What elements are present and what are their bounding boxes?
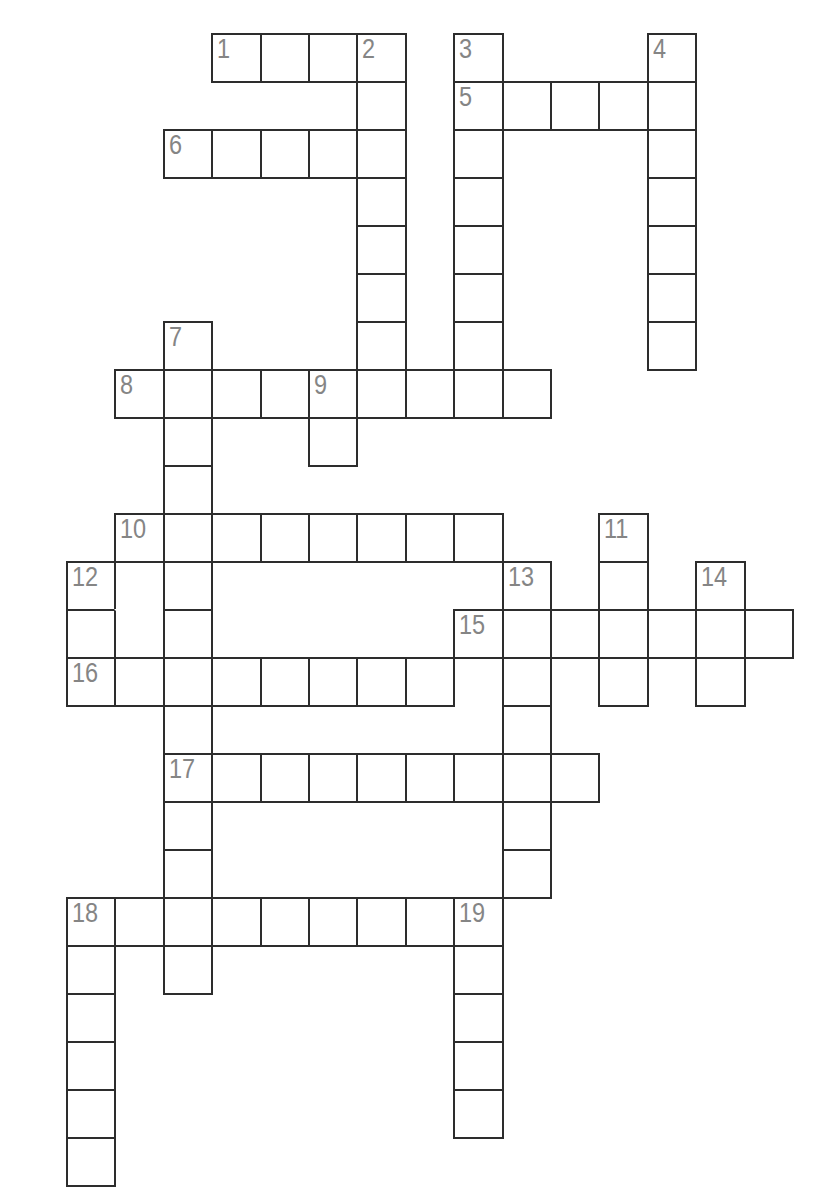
cell-r0-c5[interactable] [308, 33, 358, 83]
cell-r11-c2[interactable] [163, 561, 213, 611]
cell-r20-c0[interactable] [66, 993, 116, 1043]
cell-r13-c4[interactable] [260, 657, 310, 707]
cell-r15-c6[interactable] [356, 753, 406, 803]
cell-r10-c6[interactable] [356, 513, 406, 563]
cell-r6-c8[interactable] [453, 321, 503, 371]
clue-number-1: 1 [217, 36, 230, 63]
cell-r23-c0[interactable] [66, 1137, 116, 1187]
clue-number-11: 11 [604, 516, 628, 543]
cell-r7-c5[interactable]: 9 [308, 369, 358, 419]
cell-r0-c6[interactable]: 2 [356, 33, 406, 83]
cell-r10-c8[interactable] [453, 513, 503, 563]
cell-r6-c6[interactable] [356, 321, 406, 371]
clue-number-16: 16 [72, 660, 98, 687]
cell-r10-c7[interactable] [405, 513, 455, 563]
cell-r15-c9[interactable] [502, 753, 552, 803]
clue-number-10: 10 [120, 516, 146, 543]
cell-r3-c6[interactable] [356, 177, 406, 227]
cell-r15-c7[interactable] [405, 753, 455, 803]
cell-r7-c3[interactable] [211, 369, 261, 419]
cell-r13-c5[interactable] [308, 657, 358, 707]
cell-r7-c1[interactable]: 8 [114, 369, 164, 419]
clue-number-12: 12 [72, 564, 98, 591]
cell-r15-c4[interactable] [260, 753, 310, 803]
cell-r13-c0[interactable]: 16 [66, 657, 116, 707]
cell-r11-c9[interactable]: 13 [502, 561, 552, 611]
cell-r0-c3[interactable]: 1 [211, 33, 261, 83]
cell-r13-c7[interactable] [405, 657, 455, 707]
cell-r12-c14[interactable] [744, 609, 794, 659]
cell-r2-c8[interactable] [453, 129, 503, 179]
cell-r7-c8[interactable] [453, 369, 503, 419]
cell-r15-c8[interactable] [453, 753, 503, 803]
cell-r0-c12[interactable]: 4 [647, 33, 697, 83]
cell-r8-c2[interactable] [163, 417, 213, 467]
clue-number-17: 17 [169, 756, 195, 783]
cell-r7-c6[interactable] [356, 369, 406, 419]
cell-r3-c8[interactable] [453, 177, 503, 227]
cell-r19-c0[interactable] [66, 945, 116, 995]
cell-r19-c8[interactable] [453, 945, 503, 995]
cell-r10-c3[interactable] [211, 513, 261, 563]
cell-r5-c8[interactable] [453, 273, 503, 323]
cell-r1-c8[interactable]: 5 [453, 81, 503, 131]
cell-r10-c1[interactable]: 10 [114, 513, 164, 563]
cell-r12-c2[interactable] [163, 609, 213, 659]
cell-r22-c0[interactable] [66, 1089, 116, 1139]
cell-r6-c12[interactable] [647, 321, 697, 371]
cell-r12-c12[interactable] [647, 609, 697, 659]
clue-number-3: 3 [459, 36, 472, 63]
cell-r14-c9[interactable] [502, 705, 552, 755]
cell-r18-c3[interactable] [211, 897, 261, 947]
clue-number-6: 6 [169, 132, 182, 159]
cell-r18-c7[interactable] [405, 897, 455, 947]
cell-r0-c4[interactable] [260, 33, 310, 83]
cell-r18-c5[interactable] [308, 897, 358, 947]
cell-r1-c11[interactable] [598, 81, 648, 131]
cell-r18-c2[interactable] [163, 897, 213, 947]
cell-r10-c4[interactable] [260, 513, 310, 563]
cell-r9-c2[interactable] [163, 465, 213, 515]
cell-r12-c9[interactable] [502, 609, 552, 659]
clue-number-2: 2 [362, 36, 375, 63]
cell-r12-c13[interactable] [695, 609, 745, 659]
cell-r4-c12[interactable] [647, 225, 697, 275]
cell-r12-c1[interactable] [114, 609, 164, 659]
clue-number-4: 4 [653, 36, 666, 63]
cell-r18-c1[interactable] [114, 897, 164, 947]
cell-r15-c3[interactable] [211, 753, 261, 803]
cell-r7-c2[interactable] [163, 369, 213, 419]
cell-r2-c6[interactable] [356, 129, 406, 179]
cell-r2-c3[interactable] [211, 129, 261, 179]
cell-r13-c6[interactable] [356, 657, 406, 707]
cell-r11-c11[interactable] [598, 561, 648, 611]
cell-r15-c10[interactable] [550, 753, 600, 803]
cell-r12-c8[interactable]: 15 [453, 609, 503, 659]
cell-r7-c7[interactable] [405, 369, 455, 419]
cell-r21-c8[interactable] [453, 1041, 503, 1091]
cell-r18-c8[interactable]: 19 [453, 897, 503, 947]
clue-number-9: 9 [314, 372, 327, 399]
clue-number-19: 19 [459, 900, 485, 927]
cell-r17-c2[interactable] [163, 849, 213, 899]
clue-number-7: 7 [169, 324, 182, 351]
cell-r13-c1[interactable] [114, 657, 164, 707]
cell-r4-c6[interactable] [356, 225, 406, 275]
cell-r2-c12[interactable] [647, 129, 697, 179]
cell-r14-c2[interactable] [163, 705, 213, 755]
cell-r8-c5[interactable] [308, 417, 358, 467]
crossword-board: 12345678910111213141516171819 [0, 0, 831, 1200]
cell-r13-c13[interactable] [695, 657, 745, 707]
cell-r10-c2[interactable] [163, 513, 213, 563]
cell-r3-c12[interactable] [647, 177, 697, 227]
cell-r18-c0[interactable]: 18 [66, 897, 116, 947]
cell-r13-c3[interactable] [211, 657, 261, 707]
cell-r0-c8[interactable]: 3 [453, 33, 503, 83]
cell-r21-c0[interactable] [66, 1041, 116, 1091]
cell-r6-c2[interactable]: 7 [163, 321, 213, 371]
cell-r1-c12[interactable] [647, 81, 697, 131]
cell-r1-c9[interactable] [502, 81, 552, 131]
cell-r16-c9[interactable] [502, 801, 552, 851]
clue-number-15: 15 [459, 612, 485, 639]
cell-r19-c2[interactable] [163, 945, 213, 995]
cell-r5-c6[interactable] [356, 273, 406, 323]
cell-r15-c2[interactable]: 17 [163, 753, 213, 803]
cell-r1-c6[interactable] [356, 81, 406, 131]
cell-r16-c2[interactable] [163, 801, 213, 851]
cell-r20-c8[interactable] [453, 993, 503, 1043]
cell-r13-c2[interactable] [163, 657, 213, 707]
page: 12345678910111213141516171819 [0, 0, 831, 1200]
cell-r7-c4[interactable] [260, 369, 310, 419]
cell-r11-c1[interactable] [114, 561, 164, 611]
clue-number-18: 18 [72, 900, 98, 927]
cell-r12-c10[interactable] [550, 609, 600, 659]
cell-r11-c0[interactable]: 12 [66, 561, 116, 611]
cell-r1-c10[interactable] [550, 81, 600, 131]
cell-r12-c0[interactable] [66, 609, 116, 659]
clue-number-8: 8 [120, 372, 133, 399]
cell-r7-c9[interactable] [502, 369, 552, 419]
clue-number-13: 13 [508, 564, 534, 591]
cell-r13-c9[interactable] [502, 657, 552, 707]
cell-r5-c12[interactable] [647, 273, 697, 323]
cell-r11-c13[interactable]: 14 [695, 561, 745, 611]
cell-r12-c11[interactable] [598, 609, 648, 659]
clue-number-14: 14 [701, 564, 727, 591]
cell-r13-c11[interactable] [598, 657, 648, 707]
cell-r2-c4[interactable] [260, 129, 310, 179]
cell-r2-c5[interactable] [308, 129, 358, 179]
cell-r2-c2[interactable]: 6 [163, 129, 213, 179]
cell-r17-c9[interactable] [502, 849, 552, 899]
cell-r15-c5[interactable] [308, 753, 358, 803]
cell-r10-c11[interactable]: 11 [598, 513, 648, 563]
cell-r10-c5[interactable] [308, 513, 358, 563]
clue-number-5: 5 [459, 84, 472, 111]
cell-r4-c8[interactable] [453, 225, 503, 275]
cell-r18-c4[interactable] [260, 897, 310, 947]
cell-r18-c6[interactable] [356, 897, 406, 947]
cell-r22-c8[interactable] [453, 1089, 503, 1139]
